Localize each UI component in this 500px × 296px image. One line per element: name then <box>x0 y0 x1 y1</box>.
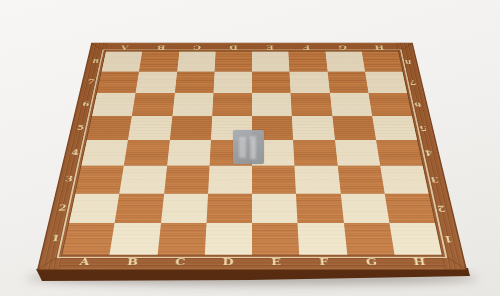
watermark-mark <box>239 137 246 158</box>
file-label-top-a: A <box>121 45 130 50</box>
rank-label-right-7: 7 <box>409 80 417 85</box>
square-d1[interactable] <box>205 223 252 255</box>
file-label-g: G <box>365 257 377 266</box>
square-g4[interactable] <box>335 140 380 166</box>
square-h2[interactable] <box>384 193 434 223</box>
rank-label-right-2: 2 <box>437 204 446 211</box>
square-h4[interactable] <box>376 140 423 166</box>
square-d7[interactable] <box>213 72 252 93</box>
rank-label-right-5: 5 <box>419 125 427 131</box>
square-f7[interactable] <box>290 72 330 93</box>
square-h3[interactable] <box>380 166 429 194</box>
square-b1[interactable] <box>110 223 161 255</box>
square-c1[interactable] <box>157 223 206 255</box>
file-label-top-h: H <box>374 45 384 50</box>
square-g1[interactable] <box>343 223 394 255</box>
square-e7[interactable] <box>252 72 291 93</box>
square-b7[interactable] <box>136 72 177 93</box>
square-d2[interactable] <box>206 193 252 223</box>
square-b2[interactable] <box>115 193 164 223</box>
square-g3[interactable] <box>337 166 384 194</box>
square-e6[interactable] <box>252 93 292 116</box>
square-e8[interactable] <box>252 52 290 72</box>
square-a7[interactable] <box>97 72 139 93</box>
file-label-d: D <box>222 257 233 266</box>
rank-label-7: 7 <box>87 80 95 85</box>
square-b5[interactable] <box>128 116 172 140</box>
rank-label-6: 6 <box>82 101 90 107</box>
square-a4[interactable] <box>81 140 128 166</box>
square-f3[interactable] <box>295 166 341 194</box>
rank-label-4: 4 <box>71 149 80 155</box>
rank-label-5: 5 <box>76 125 84 131</box>
square-c2[interactable] <box>161 193 208 223</box>
rank-label-8: 8 <box>92 59 100 64</box>
square-b3[interactable] <box>120 166 167 194</box>
square-c3[interactable] <box>164 166 210 194</box>
square-b8[interactable] <box>139 52 179 72</box>
square-g6[interactable] <box>330 93 372 116</box>
square-g5[interactable] <box>332 116 376 140</box>
file-label-top-e: E <box>266 45 274 50</box>
square-a2[interactable] <box>69 193 119 223</box>
square-f8[interactable] <box>289 52 328 72</box>
rank-label-1: 1 <box>51 235 61 243</box>
square-g7[interactable] <box>327 72 368 93</box>
square-e2[interactable] <box>252 193 298 223</box>
chessboard-photo: ABCDEFGH ABCDEFGH 87654321 87654321 <box>0 0 500 296</box>
square-f2[interactable] <box>296 193 343 223</box>
rank-label-2: 2 <box>58 204 67 211</box>
file-label-top-g: G <box>338 45 347 50</box>
square-a1[interactable] <box>62 223 115 255</box>
square-a5[interactable] <box>87 116 132 140</box>
rank-label-right-4: 4 <box>425 149 434 155</box>
square-c6[interactable] <box>172 93 213 116</box>
square-b4[interactable] <box>124 140 169 166</box>
square-f6[interactable] <box>291 93 332 116</box>
file-label-top-f: F <box>303 45 310 50</box>
square-f1[interactable] <box>298 223 347 255</box>
square-f5[interactable] <box>292 116 335 140</box>
square-a3[interactable] <box>75 166 124 194</box>
square-h6[interactable] <box>368 93 412 116</box>
gray-watermark-square <box>233 130 264 164</box>
square-b6[interactable] <box>132 93 174 116</box>
rank-label-3: 3 <box>64 176 73 183</box>
square-d3[interactable] <box>208 166 252 194</box>
file-label-e: E <box>271 257 281 266</box>
file-label-top-c: C <box>193 45 201 50</box>
rank-label-right-3: 3 <box>430 176 439 183</box>
file-label-b: B <box>126 257 138 266</box>
square-h8[interactable] <box>362 52 403 72</box>
square-c5[interactable] <box>169 116 212 140</box>
file-label-top-d: D <box>230 45 239 50</box>
rank-label-right-6: 6 <box>414 101 422 107</box>
file-label-h: H <box>412 257 426 266</box>
square-c7[interactable] <box>174 72 214 93</box>
square-g2[interactable] <box>340 193 389 223</box>
rank-label-right-8: 8 <box>405 59 413 64</box>
watermark-mark <box>250 136 256 159</box>
rank-label-right-1: 1 <box>443 235 453 243</box>
file-labels-bottom: ABCDEFGH <box>59 255 445 270</box>
square-e1[interactable] <box>252 223 299 255</box>
square-e3[interactable] <box>252 166 296 194</box>
square-g8[interactable] <box>325 52 365 72</box>
file-label-f: F <box>319 257 329 266</box>
square-a6[interactable] <box>92 93 136 116</box>
square-d6[interactable] <box>212 93 252 116</box>
square-h5[interactable] <box>372 116 417 140</box>
square-a8[interactable] <box>102 52 143 72</box>
square-c4[interactable] <box>167 140 211 166</box>
square-h7[interactable] <box>365 72 407 93</box>
square-f4[interactable] <box>293 140 337 166</box>
file-label-a: A <box>79 257 91 266</box>
square-c8[interactable] <box>177 52 216 72</box>
square-h1[interactable] <box>389 223 442 255</box>
file-label-top-b: B <box>157 45 166 50</box>
file-labels-top: ABCDEFGH <box>106 43 398 51</box>
file-label-c: C <box>175 257 186 266</box>
square-d8[interactable] <box>214 52 252 72</box>
